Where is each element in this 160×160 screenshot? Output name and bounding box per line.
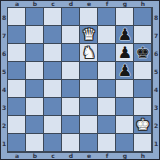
square-h2[interactable]: ♚ — [134, 116, 152, 134]
rank-label-right-4: 4 — [153, 80, 159, 98]
square-e5[interactable] — [80, 62, 98, 80]
file-label-bottom-c: c — [44, 153, 62, 159]
square-b8[interactable] — [26, 8, 44, 26]
square-g2[interactable] — [116, 116, 134, 134]
square-g6[interactable]: ♟ — [116, 44, 134, 62]
square-b1[interactable] — [26, 134, 44, 152]
rank-label-right-5: 5 — [153, 62, 159, 80]
square-a1[interactable] — [8, 134, 26, 152]
square-h8[interactable] — [134, 8, 152, 26]
piece-black-pawn[interactable]: ♟ — [118, 26, 132, 44]
square-f4[interactable] — [98, 80, 116, 98]
file-label-bottom-a: a — [8, 153, 26, 159]
square-f7[interactable] — [98, 26, 116, 44]
square-g7[interactable]: ♟ — [116, 26, 134, 44]
piece-white-knight[interactable]: ♞ — [82, 44, 96, 62]
rank-label-right-1: 1 — [153, 134, 159, 152]
square-c7[interactable] — [44, 26, 62, 44]
square-d4[interactable] — [62, 80, 80, 98]
square-d1[interactable] — [62, 134, 80, 152]
square-c6[interactable] — [44, 44, 62, 62]
square-b7[interactable] — [26, 26, 44, 44]
square-e3[interactable] — [80, 98, 98, 116]
square-e7[interactable]: ♛ — [80, 26, 98, 44]
square-g4[interactable] — [116, 80, 134, 98]
square-c2[interactable] — [44, 116, 62, 134]
square-c4[interactable] — [44, 80, 62, 98]
board-grid: ♛♟♞♟♚♟♚ — [7, 7, 153, 153]
square-a4[interactable] — [8, 80, 26, 98]
square-d3[interactable] — [62, 98, 80, 116]
square-e1[interactable] — [80, 134, 98, 152]
square-d7[interactable] — [62, 26, 80, 44]
square-h6[interactable]: ♚ — [134, 44, 152, 62]
piece-black-pawn[interactable]: ♟ — [118, 44, 132, 62]
square-c3[interactable] — [44, 98, 62, 116]
square-d8[interactable] — [62, 8, 80, 26]
file-label-bottom-d: d — [62, 153, 80, 159]
square-a3[interactable] — [8, 98, 26, 116]
piece-white-king[interactable]: ♚ — [136, 116, 150, 134]
square-b5[interactable] — [26, 62, 44, 80]
square-d5[interactable] — [62, 62, 80, 80]
square-a8[interactable] — [8, 8, 26, 26]
square-g1[interactable] — [116, 134, 134, 152]
square-h1[interactable] — [134, 134, 152, 152]
square-g8[interactable] — [116, 8, 134, 26]
rank-label-right-3: 3 — [153, 98, 159, 116]
rank-label-right-7: 7 — [153, 26, 159, 44]
rank-label-right-6: 6 — [153, 44, 159, 62]
square-f1[interactable] — [98, 134, 116, 152]
square-b2[interactable] — [26, 116, 44, 134]
square-a2[interactable] — [8, 116, 26, 134]
file-label-bottom-f: f — [98, 153, 116, 159]
file-label-bottom-e: e — [80, 153, 98, 159]
square-f2[interactable] — [98, 116, 116, 134]
file-label-bottom-h: h — [134, 153, 152, 159]
square-e4[interactable] — [80, 80, 98, 98]
square-a7[interactable] — [8, 26, 26, 44]
square-a6[interactable] — [8, 44, 26, 62]
square-e8[interactable] — [80, 8, 98, 26]
square-h4[interactable] — [134, 80, 152, 98]
square-g3[interactable] — [116, 98, 134, 116]
square-b6[interactable] — [26, 44, 44, 62]
square-d6[interactable] — [62, 44, 80, 62]
rank-label-right-8: 8 — [153, 8, 159, 26]
piece-black-pawn[interactable]: ♟ — [118, 62, 132, 80]
square-h7[interactable] — [134, 26, 152, 44]
chess-board-frame: abcdefgh abcdefgh 87654321 87654321 ♛♟♞♟… — [0, 0, 160, 160]
square-e2[interactable] — [80, 116, 98, 134]
file-label-bottom-g: g — [116, 153, 134, 159]
square-h3[interactable] — [134, 98, 152, 116]
rank-labels-right: 87654321 — [153, 8, 159, 152]
square-e6[interactable]: ♞ — [80, 44, 98, 62]
file-label-bottom-b: b — [26, 153, 44, 159]
piece-white-queen[interactable]: ♛ — [82, 26, 96, 44]
square-f5[interactable] — [98, 62, 116, 80]
piece-black-king[interactable]: ♚ — [136, 44, 150, 62]
square-c5[interactable] — [44, 62, 62, 80]
square-g5[interactable]: ♟ — [116, 62, 134, 80]
square-f8[interactable] — [98, 8, 116, 26]
square-f3[interactable] — [98, 98, 116, 116]
square-h5[interactable] — [134, 62, 152, 80]
square-b3[interactable] — [26, 98, 44, 116]
rank-label-right-2: 2 — [153, 116, 159, 134]
square-d2[interactable] — [62, 116, 80, 134]
square-a5[interactable] — [8, 62, 26, 80]
file-labels-bottom: abcdefgh — [8, 153, 152, 159]
square-c1[interactable] — [44, 134, 62, 152]
square-b4[interactable] — [26, 80, 44, 98]
square-f6[interactable] — [98, 44, 116, 62]
square-c8[interactable] — [44, 8, 62, 26]
